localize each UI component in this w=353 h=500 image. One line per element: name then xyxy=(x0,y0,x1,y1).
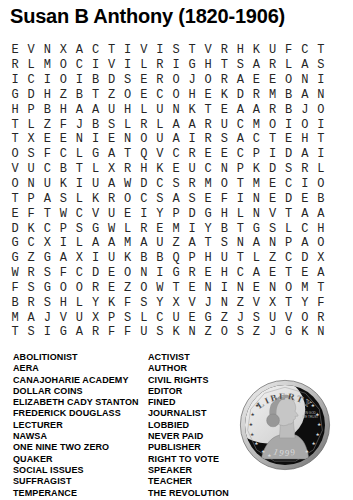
grid-cell-r17c4: O xyxy=(55,281,71,296)
grid-cell-r5c17: R xyxy=(265,102,281,117)
grid-cell-r18c16: V xyxy=(248,295,264,310)
grid-cell-r12c19: A xyxy=(297,206,313,221)
grid-cell-r3c16: E xyxy=(248,73,264,88)
grid-cell-r9c10: K xyxy=(152,162,168,177)
grid-cell-r20c4: G xyxy=(55,325,71,340)
grid-cell-r8c20: I xyxy=(313,147,329,162)
grid-cell-r2c10: R xyxy=(152,58,168,73)
grid-cell-r17c16: E xyxy=(248,281,264,296)
grid-cell-r10c15: T xyxy=(232,177,248,192)
grid-cell-r20c3: I xyxy=(39,325,55,340)
grid-cell-r18c15: Z xyxy=(232,295,248,310)
grid-cell-r16c4: F xyxy=(55,266,71,281)
grid-cell-r5c14: E xyxy=(216,102,232,117)
grid-cell-r4c2: D xyxy=(23,88,39,103)
grid-cell-r7c3: E xyxy=(39,132,55,147)
star-icon: ★ xyxy=(311,441,315,446)
grid-cell-r17c10: W xyxy=(152,281,168,296)
grid-cell-r7c13: R xyxy=(200,132,216,147)
grid-cell-r11c20: B xyxy=(313,191,329,206)
grid-cell-r13c13: Y xyxy=(200,221,216,236)
grid-cell-r3c11: O xyxy=(168,73,184,88)
grid-cell-r18c11: X xyxy=(168,295,184,310)
grid-cell-r16c1: W xyxy=(7,266,23,281)
grid-cell-r16c19: E xyxy=(297,266,313,281)
grid-cell-r7c10: U xyxy=(152,132,168,147)
grid-cell-r4c17: M xyxy=(265,88,281,103)
grid-cell-r19c14: Z xyxy=(216,310,232,325)
grid-cell-r19c3: J xyxy=(39,310,55,325)
grid-cell-r7c15: A xyxy=(232,132,248,147)
grid-cell-r10c14: O xyxy=(216,177,232,192)
grid-cell-r20c11: K xyxy=(168,325,184,340)
grid-cell-r20c8: F xyxy=(120,325,136,340)
grid-cell-r16c15: C xyxy=(232,266,248,281)
grid-cell-r11c9: C xyxy=(136,191,152,206)
grid-cell-r20c19: K xyxy=(297,325,313,340)
grid-cell-r19c5: U xyxy=(71,310,87,325)
grid-cell-r16c20: A xyxy=(313,266,329,281)
grid-cell-r14c15: N xyxy=(232,236,248,251)
grid-cell-r10c13: M xyxy=(200,177,216,192)
grid-cell-r17c1: F xyxy=(7,281,23,296)
grid-cell-r9c5: T xyxy=(71,162,87,177)
grid-cell-r9c15: P xyxy=(232,162,248,177)
grid-cell-r20c14: O xyxy=(216,325,232,340)
grid-cell-r14c19: A xyxy=(297,236,313,251)
grid-cell-r12c7: U xyxy=(104,206,120,221)
grid-cell-r10c4: K xyxy=(55,177,71,192)
star-icon: ★ xyxy=(315,412,319,417)
grid-cell-r16c13: E xyxy=(200,266,216,281)
grid-cell-r3c1: I xyxy=(7,73,23,88)
grid-cell-r12c16: N xyxy=(248,206,264,221)
grid-cell-r8c6: G xyxy=(87,147,103,162)
grid-cell-r12c17: V xyxy=(265,206,281,221)
star-icon: ★ xyxy=(255,403,259,408)
grid-cell-r11c14: F xyxy=(216,191,232,206)
grid-cell-r8c5: L xyxy=(71,147,87,162)
grid-cell-r2c1: R xyxy=(7,58,23,73)
grid-cell-r14c18: P xyxy=(281,236,297,251)
grid-cell-r18c9: S xyxy=(136,295,152,310)
grid-cell-r7c11: A xyxy=(168,132,184,147)
star-icon: ★ xyxy=(316,432,320,437)
grid-cell-r17c2: S xyxy=(23,281,39,296)
grid-cell-r14c7: A xyxy=(104,236,120,251)
grid-cell-r3c8: S xyxy=(120,73,136,88)
grid-cell-r9c17: D xyxy=(265,162,281,177)
grid-cell-r7c5: N xyxy=(71,132,87,147)
grid-cell-r10c11: S xyxy=(168,177,184,192)
grid-cell-r9c13: C xyxy=(200,162,216,177)
grid-cell-r5c19: J xyxy=(297,102,313,117)
grid-cell-r9c18: S xyxy=(281,162,297,177)
page-title: Susan B Anthony (1820-1906) xyxy=(10,5,285,28)
grid-cell-r8c16: P xyxy=(248,147,264,162)
word-item: RIGHT TO VOTE xyxy=(148,454,229,465)
grid-cell-r5c7: U xyxy=(104,102,120,117)
grid-cell-r9c12: U xyxy=(184,162,200,177)
grid-cell-r15c6: I xyxy=(87,251,103,266)
word-item: AUTHOR xyxy=(148,363,229,374)
grid-cell-r3c4: O xyxy=(55,73,71,88)
grid-cell-r3c2: C xyxy=(23,73,39,88)
grid-cell-r16c14: H xyxy=(216,266,232,281)
grid-cell-r4c13: E xyxy=(200,88,216,103)
grid-cell-r12c4: W xyxy=(55,206,71,221)
star-icon: ★ xyxy=(311,403,315,408)
word-item: QUAKER xyxy=(13,454,139,465)
grid-cell-r8c19: A xyxy=(297,147,313,162)
grid-cell-r7c18: E xyxy=(281,132,297,147)
grid-cell-r12c3: T xyxy=(39,206,55,221)
word-item: PUBLISHER xyxy=(148,442,229,453)
grid-cell-r17c18: O xyxy=(281,281,297,296)
word-item: CIVIL RIGHTS xyxy=(148,375,229,386)
grid-cell-r15c17: Z xyxy=(265,251,281,266)
grid-cell-r9c9: H xyxy=(136,162,152,177)
grid-cell-r18c18: T xyxy=(281,295,297,310)
grid-cell-r11c17: E xyxy=(265,191,281,206)
grid-cell-r19c6: X xyxy=(87,310,103,325)
grid-cell-r1c12: T xyxy=(184,43,200,58)
grid-cell-r10c18: C xyxy=(281,177,297,192)
grid-cell-r3c20: I xyxy=(313,73,329,88)
grid-cell-r6c2: L xyxy=(23,117,39,132)
grid-cell-r19c18: V xyxy=(281,310,297,325)
grid-cell-r17c3: G xyxy=(39,281,55,296)
grid-cell-r20c5: A xyxy=(71,325,87,340)
grid-cell-r10c16: M xyxy=(248,177,264,192)
grid-cell-r2c9: L xyxy=(136,58,152,73)
grid-cell-r10c9: D xyxy=(136,177,152,192)
grid-cell-r19c11: U xyxy=(168,310,184,325)
grid-cell-r3c5: I xyxy=(71,73,87,88)
grid-cell-r1c14: R xyxy=(216,43,232,58)
grid-cell-r4c10: C xyxy=(152,88,168,103)
grid-cell-r3c6: B xyxy=(87,73,103,88)
grid-cell-r16c18: T xyxy=(281,266,297,281)
grid-cell-r8c8: T xyxy=(120,147,136,162)
grid-cell-r8c9: Q xyxy=(136,147,152,162)
grid-cell-r7c9: O xyxy=(136,132,152,147)
grid-cell-r10c6: U xyxy=(87,177,103,192)
grid-cell-r8c13: E xyxy=(200,147,216,162)
word-item: EDITOR xyxy=(148,386,229,397)
grid-cell-r10c7: A xyxy=(104,177,120,192)
grid-cell-r14c17: N xyxy=(265,236,281,251)
grid-cell-r9c6: L xyxy=(87,162,103,177)
word-item: NEVER PAID xyxy=(148,431,229,442)
grid-cell-r5c16: A xyxy=(248,102,264,117)
grid-cell-r10c1: O xyxy=(7,177,23,192)
grid-cell-r10c10: C xyxy=(152,177,168,192)
grid-cell-r3c13: O xyxy=(200,73,216,88)
grid-cell-r18c20: F xyxy=(313,295,329,310)
grid-cell-r7c7: E xyxy=(104,132,120,147)
grid-cell-r11c2: P xyxy=(23,191,39,206)
grid-cell-r19c12: E xyxy=(184,310,200,325)
grid-cell-r12c10: Y xyxy=(152,206,168,221)
grid-cell-r12c1: E xyxy=(7,206,23,221)
grid-cell-r8c18: D xyxy=(281,147,297,162)
grid-cell-r5c4: H xyxy=(55,102,71,117)
grid-cell-r14c8: M xyxy=(120,236,136,251)
grid-cell-r2c17: R xyxy=(265,58,281,73)
grid-cell-r20c16: Z xyxy=(248,325,264,340)
grid-cell-r7c8: N xyxy=(120,132,136,147)
grid-cell-r11c15: I xyxy=(232,191,248,206)
grid-cell-r4c15: D xyxy=(232,88,248,103)
grid-cell-r17c15: N xyxy=(232,281,248,296)
grid-cell-r2c2: L xyxy=(23,58,39,73)
grid-cell-r6c12: A xyxy=(184,117,200,132)
grid-cell-r15c10: B xyxy=(152,251,168,266)
grid-cell-r17c6: R xyxy=(87,281,103,296)
grid-cell-r14c1: G xyxy=(7,236,23,251)
grid-cell-r13c14: B xyxy=(216,221,232,236)
grid-cell-r20c2: S xyxy=(23,325,39,340)
grid-cell-r14c20: O xyxy=(313,236,329,251)
word-item: TEMPERANCE xyxy=(13,488,139,499)
grid-cell-r14c3: X xyxy=(39,236,55,251)
word-item: TEACHER xyxy=(148,476,229,487)
grid-cell-r11c6: K xyxy=(87,191,103,206)
word-item: SOCIAL ISSUES xyxy=(13,465,139,476)
grid-cell-r1c16: K xyxy=(248,43,264,58)
grid-cell-r15c15: T xyxy=(232,251,248,266)
word-list-left: ABOLITIONISTAERACANAJOHARIE ACADEMYDOLLA… xyxy=(13,352,139,499)
grid-cell-r17c7: E xyxy=(104,281,120,296)
grid-cell-r12c14: H xyxy=(216,206,232,221)
grid-cell-r13c4: P xyxy=(55,221,71,236)
grid-cell-r18c10: Y xyxy=(152,295,168,310)
grid-cell-r13c2: K xyxy=(23,221,39,236)
grid-cell-r14c2: C xyxy=(23,236,39,251)
grid-cell-r8c10: V xyxy=(152,147,168,162)
grid-cell-r18c14: N xyxy=(216,295,232,310)
grid-cell-r12c8: E xyxy=(120,206,136,221)
grid-cell-r13c15: T xyxy=(232,221,248,236)
letter-grid: EVNXACTIVISTVRHKUFCTRLMOCIVILRIGHTSARLAS… xyxy=(7,43,329,340)
grid-cell-r11c1: T xyxy=(7,191,23,206)
grid-cell-r19c16: S xyxy=(248,310,264,325)
grid-cell-r1c8: I xyxy=(120,43,136,58)
grid-cell-r17c9: O xyxy=(136,281,152,296)
grid-cell-r12c6: V xyxy=(87,206,103,221)
grid-cell-r14c10: U xyxy=(152,236,168,251)
grid-cell-r19c10: C xyxy=(152,310,168,325)
grid-cell-r14c6: A xyxy=(87,236,103,251)
grid-cell-r11c16: N xyxy=(248,191,264,206)
grid-cell-r4c4: Z xyxy=(55,88,71,103)
grid-cell-r11c7: R xyxy=(104,191,120,206)
grid-cell-r20c12: N xyxy=(184,325,200,340)
grid-cell-r6c7: S xyxy=(104,117,120,132)
grid-cell-r18c5: L xyxy=(71,295,87,310)
grid-cell-r2c20: S xyxy=(313,58,329,73)
grid-cell-r16c3: S xyxy=(39,266,55,281)
grid-cell-r10c2: N xyxy=(23,177,39,192)
grid-cell-r15c20: X xyxy=(313,251,329,266)
grid-cell-r15c5: X xyxy=(71,251,87,266)
word-item: LECTURER xyxy=(13,420,139,431)
grid-cell-r19c8: S xyxy=(120,310,136,325)
word-item: CANAJOHARIE ACADEMY xyxy=(13,375,139,386)
grid-cell-r2c11: I xyxy=(168,58,184,73)
grid-cell-r2c8: I xyxy=(120,58,136,73)
grid-cell-r18c6: Y xyxy=(87,295,103,310)
grid-cell-r20c15: S xyxy=(232,325,248,340)
grid-cell-r6c8: L xyxy=(120,117,136,132)
grid-cell-r14c13: T xyxy=(200,236,216,251)
grid-cell-r13c6: G xyxy=(87,221,103,236)
grid-cell-r16c5: C xyxy=(71,266,87,281)
grid-cell-r17c8: Z xyxy=(120,281,136,296)
grid-cell-r13c20: H xyxy=(313,221,329,236)
grid-cell-r2c7: V xyxy=(104,58,120,73)
grid-cell-r12c18: T xyxy=(281,206,297,221)
grid-cell-r11c4: S xyxy=(55,191,71,206)
grid-cell-r7c20: T xyxy=(313,132,329,147)
grid-cell-r4c16: R xyxy=(248,88,264,103)
grid-cell-r15c4: A xyxy=(55,251,71,266)
grid-cell-r11c12: S xyxy=(184,191,200,206)
grid-cell-r6c3: Z xyxy=(39,117,55,132)
grid-cell-r12c5: C xyxy=(71,206,87,221)
word-list-right: ACTIVISTAUTHORCIVIL RIGHTSEDITORFINEDJOU… xyxy=(148,352,229,499)
grid-cell-r10c8: W xyxy=(120,177,136,192)
grid-cell-r18c13: J xyxy=(200,295,216,310)
grid-cell-r15c13: H xyxy=(200,251,216,266)
grid-cell-r1c3: N xyxy=(39,43,55,58)
grid-cell-r10c17: E xyxy=(265,177,281,192)
word-item: ELIZABETH CADY STANTON xyxy=(13,397,139,408)
word-item: LOBBIED xyxy=(148,420,229,431)
grid-cell-r1c13: V xyxy=(200,43,216,58)
word-item: AERA xyxy=(13,363,139,374)
grid-cell-r9c14: N xyxy=(216,162,232,177)
grid-cell-r5c10: U xyxy=(152,102,168,117)
grid-cell-r12c20: A xyxy=(313,206,329,221)
word-item: SUFFRAGIST xyxy=(13,476,139,487)
star-icon: ★ xyxy=(249,422,253,427)
grid-cell-r3c17: E xyxy=(265,73,281,88)
grid-cell-r9c19: R xyxy=(297,162,313,177)
word-item: SPEAKER xyxy=(148,465,229,476)
grid-cell-r15c14: U xyxy=(216,251,232,266)
grid-cell-r15c8: K xyxy=(120,251,136,266)
grid-cell-r9c7: X xyxy=(104,162,120,177)
grid-cell-r5c6: A xyxy=(87,102,103,117)
grid-cell-r19c13: G xyxy=(200,310,216,325)
grid-cell-r8c14: E xyxy=(216,147,232,162)
grid-cell-r19c20: R xyxy=(313,310,329,325)
grid-cell-r18c3: S xyxy=(39,295,55,310)
grid-cell-r7c19: H xyxy=(297,132,313,147)
grid-cell-r8c1: O xyxy=(7,147,23,162)
grid-cell-r10c20: O xyxy=(313,177,329,192)
grid-cell-r14c5: L xyxy=(71,236,87,251)
grid-cell-r12c15: L xyxy=(232,206,248,221)
grid-cell-r6c9: R xyxy=(136,117,152,132)
grid-cell-r18c2: R xyxy=(23,295,39,310)
grid-cell-r9c16: K xyxy=(248,162,264,177)
grid-cell-r1c20: T xyxy=(313,43,329,58)
grid-cell-r4c20: N xyxy=(313,88,329,103)
grid-cell-r13c16: G xyxy=(248,221,264,236)
grid-cell-r1c9: V xyxy=(136,43,152,58)
grid-cell-r17c14: I xyxy=(216,281,232,296)
grid-cell-r12c9: I xyxy=(136,206,152,221)
grid-cell-r6c10: L xyxy=(152,117,168,132)
grid-cell-r17c20: T xyxy=(313,281,329,296)
grid-cell-r13c10: E xyxy=(152,221,168,236)
grid-cell-r6c5: J xyxy=(71,117,87,132)
grid-cell-r3c14: R xyxy=(216,73,232,88)
grid-cell-r9c4: B xyxy=(55,162,71,177)
grid-cell-r13c5: S xyxy=(71,221,87,236)
word-item: JOURNALIST xyxy=(148,408,229,419)
grid-cell-r12c11: P xyxy=(168,206,184,221)
grid-cell-r3c3: I xyxy=(39,73,55,88)
word-item: FINED xyxy=(148,397,229,408)
grid-cell-r6c6: B xyxy=(87,117,103,132)
grid-cell-r1c2: V xyxy=(23,43,39,58)
grid-cell-r2c4: O xyxy=(55,58,71,73)
word-item: NAWSA xyxy=(13,431,139,442)
grid-cell-r5c2: P xyxy=(23,102,39,117)
grid-cell-r4c14: K xyxy=(216,88,232,103)
grid-cell-r8c17: I xyxy=(265,147,281,162)
grid-cell-r3c15: A xyxy=(232,73,248,88)
grid-cell-r2c16: A xyxy=(248,58,264,73)
grid-cell-r6c4: F xyxy=(55,117,71,132)
grid-cell-r14c14: S xyxy=(216,236,232,251)
grid-cell-r10c5: I xyxy=(71,177,87,192)
grid-cell-r5c12: K xyxy=(184,102,200,117)
grid-cell-r9c11: E xyxy=(168,162,184,177)
grid-cell-r13c7: W xyxy=(104,221,120,236)
grid-cell-r13c3: C xyxy=(39,221,55,236)
grid-cell-r18c7: K xyxy=(104,295,120,310)
grid-cell-r20c1: T xyxy=(7,325,23,340)
grid-cell-r19c2: A xyxy=(23,310,39,325)
grid-cell-r18c19: Y xyxy=(297,295,313,310)
grid-cell-r11c3: A xyxy=(39,191,55,206)
grid-cell-r13c18: L xyxy=(281,221,297,236)
grid-cell-r19c4: V xyxy=(55,310,71,325)
grid-cell-r1c4: X xyxy=(55,43,71,58)
grid-cell-r16c17: E xyxy=(265,266,281,281)
grid-cell-r8c11: C xyxy=(168,147,184,162)
grid-cell-r10c3: U xyxy=(39,177,55,192)
grid-cell-r20c6: R xyxy=(87,325,103,340)
word-item: FREDERICK DOUGLASS xyxy=(13,408,139,419)
grid-cell-r13c1: D xyxy=(7,221,23,236)
grid-cell-r1c1: E xyxy=(7,43,23,58)
grid-cell-r6c19: O xyxy=(297,117,313,132)
grid-cell-r13c11: M xyxy=(168,221,184,236)
grid-cell-r1c15: H xyxy=(232,43,248,58)
grid-cell-r14c12: A xyxy=(184,236,200,251)
grid-cell-r9c3: C xyxy=(39,162,55,177)
grid-cell-r18c17: X xyxy=(265,295,281,310)
grid-cell-r19c19: O xyxy=(297,310,313,325)
grid-cell-r8c3: F xyxy=(39,147,55,162)
grid-cell-r2c12: G xyxy=(184,58,200,73)
